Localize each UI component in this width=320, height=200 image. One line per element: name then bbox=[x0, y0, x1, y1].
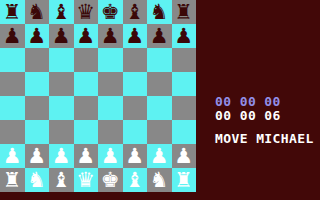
square-a7[interactable]: ♟ bbox=[0, 24, 25, 48]
square-e3[interactable] bbox=[98, 120, 123, 144]
square-c8[interactable]: ♝ bbox=[49, 0, 74, 24]
square-d3[interactable] bbox=[74, 120, 99, 144]
square-f4[interactable] bbox=[123, 96, 148, 120]
white-queen-piece: ♛ bbox=[76, 168, 95, 192]
white-pawn-piece: ♟ bbox=[125, 144, 144, 168]
square-c2[interactable]: ♟ bbox=[49, 144, 74, 168]
square-h2[interactable]: ♟ bbox=[172, 144, 197, 168]
square-d1[interactable]: ♛ bbox=[74, 168, 99, 192]
square-c5[interactable] bbox=[49, 72, 74, 96]
black-bishop-piece: ♝ bbox=[52, 0, 71, 24]
square-e6[interactable] bbox=[98, 48, 123, 72]
black-knight-piece: ♞ bbox=[27, 0, 46, 24]
square-c4[interactable] bbox=[49, 96, 74, 120]
square-a2[interactable]: ♟ bbox=[0, 144, 25, 168]
black-queen-piece: ♛ bbox=[76, 0, 95, 24]
black-pawn-piece: ♟ bbox=[150, 24, 169, 48]
square-g7[interactable]: ♟ bbox=[147, 24, 172, 48]
black-pawn-piece: ♟ bbox=[76, 24, 95, 48]
square-e2[interactable]: ♟ bbox=[98, 144, 123, 168]
square-a5[interactable] bbox=[0, 72, 25, 96]
square-f7[interactable]: ♟ bbox=[123, 24, 148, 48]
square-f8[interactable]: ♝ bbox=[123, 0, 148, 24]
move-prompt: MOVE MICHAEL bbox=[215, 131, 314, 146]
square-a8[interactable]: ♜ bbox=[0, 0, 25, 24]
square-f3[interactable] bbox=[123, 120, 148, 144]
square-b4[interactable] bbox=[25, 96, 50, 120]
square-d7[interactable]: ♟ bbox=[74, 24, 99, 48]
white-rook-piece: ♜ bbox=[3, 168, 22, 192]
square-b2[interactable]: ♟ bbox=[25, 144, 50, 168]
square-h1[interactable]: ♜ bbox=[172, 168, 197, 192]
square-h3[interactable] bbox=[172, 120, 197, 144]
square-g4[interactable] bbox=[147, 96, 172, 120]
white-knight-piece: ♞ bbox=[150, 168, 169, 192]
white-king-piece: ♚ bbox=[101, 168, 120, 192]
square-d6[interactable] bbox=[74, 48, 99, 72]
square-a6[interactable] bbox=[0, 48, 25, 72]
white-pawn-piece: ♟ bbox=[150, 144, 169, 168]
black-knight-piece: ♞ bbox=[150, 0, 169, 24]
square-h8[interactable]: ♜ bbox=[172, 0, 197, 24]
square-b8[interactable]: ♞ bbox=[25, 0, 50, 24]
square-f6[interactable] bbox=[123, 48, 148, 72]
white-bishop-piece: ♝ bbox=[52, 168, 71, 192]
white-pawn-piece: ♟ bbox=[27, 144, 46, 168]
square-g8[interactable]: ♞ bbox=[147, 0, 172, 24]
black-pawn-piece: ♟ bbox=[101, 24, 120, 48]
square-a3[interactable] bbox=[0, 120, 25, 144]
white-knight-piece: ♞ bbox=[27, 168, 46, 192]
square-a1[interactable]: ♜ bbox=[0, 168, 25, 192]
square-c3[interactable] bbox=[49, 120, 74, 144]
clock-top: 00 00 00 bbox=[215, 94, 281, 109]
square-g2[interactable]: ♟ bbox=[147, 144, 172, 168]
white-pawn-piece: ♟ bbox=[101, 144, 120, 168]
square-h6[interactable] bbox=[172, 48, 197, 72]
square-b1[interactable]: ♞ bbox=[25, 168, 50, 192]
square-b6[interactable] bbox=[25, 48, 50, 72]
square-b3[interactable] bbox=[25, 120, 50, 144]
square-d5[interactable] bbox=[74, 72, 99, 96]
black-pawn-piece: ♟ bbox=[27, 24, 46, 48]
square-f2[interactable]: ♟ bbox=[123, 144, 148, 168]
square-b5[interactable] bbox=[25, 72, 50, 96]
square-e5[interactable] bbox=[98, 72, 123, 96]
game-screen: ♜♞♝♛♚♝♞♜♟♟♟♟♟♟♟♟♟♟♟♟♟♟♟♟♜♞♝♛♚♝♞♜ 00 00 0… bbox=[0, 0, 320, 200]
square-b7[interactable]: ♟ bbox=[25, 24, 50, 48]
white-pawn-piece: ♟ bbox=[52, 144, 71, 168]
square-d4[interactable] bbox=[74, 96, 99, 120]
square-c6[interactable] bbox=[49, 48, 74, 72]
square-g5[interactable] bbox=[147, 72, 172, 96]
square-c7[interactable]: ♟ bbox=[49, 24, 74, 48]
clock-bottom: 00 00 06 bbox=[215, 108, 281, 123]
square-g1[interactable]: ♞ bbox=[147, 168, 172, 192]
black-king-piece: ♚ bbox=[101, 0, 120, 24]
square-e1[interactable]: ♚ bbox=[98, 168, 123, 192]
square-c1[interactable]: ♝ bbox=[49, 168, 74, 192]
square-a4[interactable] bbox=[0, 96, 25, 120]
black-rook-piece: ♜ bbox=[3, 0, 22, 24]
black-pawn-piece: ♟ bbox=[174, 24, 193, 48]
square-d2[interactable]: ♟ bbox=[74, 144, 99, 168]
white-rook-piece: ♜ bbox=[174, 168, 193, 192]
black-rook-piece: ♜ bbox=[174, 0, 193, 24]
white-pawn-piece: ♟ bbox=[3, 144, 22, 168]
square-h5[interactable] bbox=[172, 72, 197, 96]
square-h4[interactable] bbox=[172, 96, 197, 120]
white-bishop-piece: ♝ bbox=[125, 168, 144, 192]
square-h7[interactable]: ♟ bbox=[172, 24, 197, 48]
square-e7[interactable]: ♟ bbox=[98, 24, 123, 48]
black-pawn-piece: ♟ bbox=[3, 24, 22, 48]
square-e8[interactable]: ♚ bbox=[98, 0, 123, 24]
black-bishop-piece: ♝ bbox=[125, 0, 144, 24]
square-d8[interactable]: ♛ bbox=[74, 0, 99, 24]
square-e4[interactable] bbox=[98, 96, 123, 120]
square-f5[interactable] bbox=[123, 72, 148, 96]
square-f1[interactable]: ♝ bbox=[123, 168, 148, 192]
white-pawn-piece: ♟ bbox=[76, 144, 95, 168]
square-g3[interactable] bbox=[147, 120, 172, 144]
black-pawn-piece: ♟ bbox=[52, 24, 71, 48]
chess-board: ♜♞♝♛♚♝♞♜♟♟♟♟♟♟♟♟♟♟♟♟♟♟♟♟♜♞♝♛♚♝♞♜ bbox=[0, 0, 196, 192]
black-pawn-piece: ♟ bbox=[125, 24, 144, 48]
white-pawn-piece: ♟ bbox=[174, 144, 193, 168]
square-g6[interactable] bbox=[147, 48, 172, 72]
